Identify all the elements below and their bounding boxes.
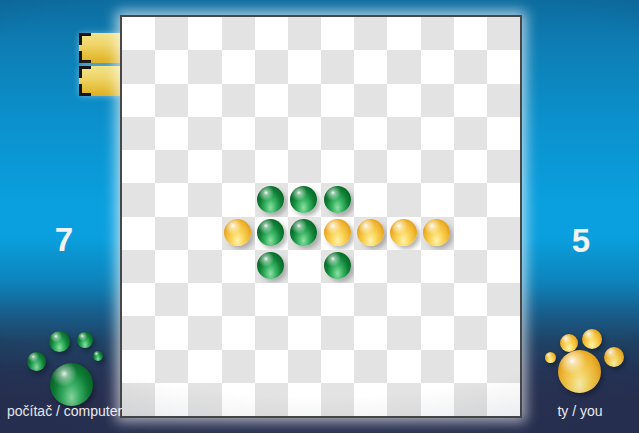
board-cell[interactable]: [288, 150, 321, 183]
board-cell[interactable]: [288, 84, 321, 117]
board-cell[interactable]: [122, 84, 155, 117]
board-cell[interactable]: [288, 117, 321, 150]
board-cell[interactable]: [155, 117, 188, 150]
game-board[interactable]: [120, 15, 522, 418]
board-cell[interactable]: [255, 150, 288, 183]
board-cell[interactable]: [354, 17, 387, 50]
board-cell[interactable]: [321, 250, 354, 283]
board-cell[interactable]: [122, 117, 155, 150]
board-cell[interactable]: [454, 316, 487, 349]
board-cell[interactable]: [255, 17, 288, 50]
board-cell[interactable]: [255, 183, 288, 216]
side-tab-button-1[interactable]: [79, 33, 122, 63]
board-cell[interactable]: [288, 183, 321, 216]
green-ball: [324, 186, 351, 213]
paw-ball: [27, 352, 46, 371]
board-cell[interactable]: [255, 217, 288, 250]
board-cell[interactable]: [487, 17, 520, 50]
yellow-ball: [390, 219, 417, 246]
yellow-ball: [324, 219, 351, 246]
board-cell[interactable]: [321, 350, 354, 383]
computer-label: počítač / computer: [7, 403, 122, 420]
board-cell[interactable]: [288, 316, 321, 349]
board-cell[interactable]: [487, 150, 520, 183]
board-cell[interactable]: [421, 383, 454, 416]
board-cell[interactable]: [122, 350, 155, 383]
board-cell[interactable]: [288, 283, 321, 316]
paw-ball: [77, 332, 93, 348]
board-cell[interactable]: [387, 283, 420, 316]
computer-score: 7: [40, 221, 88, 259]
board-cell[interactable]: [222, 217, 255, 250]
board-cell[interactable]: [454, 383, 487, 416]
board-cell[interactable]: [321, 283, 354, 316]
board-cell[interactable]: [321, 17, 354, 50]
board-cell[interactable]: [155, 84, 188, 117]
board-cell[interactable]: [255, 383, 288, 416]
board-cell[interactable]: [188, 150, 221, 183]
board-cell[interactable]: [222, 150, 255, 183]
board-cell[interactable]: [255, 316, 288, 349]
board-cell[interactable]: [487, 84, 520, 117]
board-cell[interactable]: [288, 350, 321, 383]
board-cell[interactable]: [155, 150, 188, 183]
board-cell[interactable]: [387, 350, 420, 383]
board-cell[interactable]: [122, 17, 155, 50]
board-cell[interactable]: [155, 283, 188, 316]
board-cell[interactable]: [487, 217, 520, 250]
board-cell[interactable]: [122, 283, 155, 316]
board-cell[interactable]: [222, 17, 255, 50]
board-cell[interactable]: [454, 350, 487, 383]
paw-ball: [93, 351, 103, 361]
green-ball: [257, 252, 284, 279]
board-cell[interactable]: [354, 50, 387, 83]
board-cell[interactable]: [421, 217, 454, 250]
board-cell[interactable]: [454, 17, 487, 50]
board-cell[interactable]: [387, 150, 420, 183]
board-cell[interactable]: [288, 50, 321, 83]
board-cell[interactable]: [122, 250, 155, 283]
paw-ball: [50, 363, 93, 406]
board-cell[interactable]: [188, 183, 221, 216]
board-cell[interactable]: [155, 50, 188, 83]
board-cell[interactable]: [387, 183, 420, 216]
board-cell[interactable]: [188, 316, 221, 349]
board-cell[interactable]: [222, 350, 255, 383]
board-cell[interactable]: [122, 316, 155, 349]
board-cell[interactable]: [321, 217, 354, 250]
board-cell[interactable]: [354, 150, 387, 183]
board-cell[interactable]: [454, 84, 487, 117]
paw-ball: [49, 331, 70, 352]
paw-ball: [558, 350, 601, 393]
board-cell[interactable]: [222, 117, 255, 150]
board-cell[interactable]: [421, 316, 454, 349]
board-cell[interactable]: [454, 217, 487, 250]
board-cell[interactable]: [222, 183, 255, 216]
green-ball: [290, 219, 317, 246]
board-cell[interactable]: [454, 283, 487, 316]
board-cell[interactable]: [188, 84, 221, 117]
board-cell[interactable]: [421, 250, 454, 283]
board-cell[interactable]: [288, 250, 321, 283]
board-cell[interactable]: [321, 84, 354, 117]
board-cell[interactable]: [188, 383, 221, 416]
player-score: 5: [557, 222, 605, 260]
board-cell[interactable]: [387, 316, 420, 349]
board-cell[interactable]: [188, 250, 221, 283]
board-cell[interactable]: [421, 50, 454, 83]
board-cell[interactable]: [188, 17, 221, 50]
board-cell[interactable]: [487, 117, 520, 150]
board-cell[interactable]: [122, 150, 155, 183]
board-cell[interactable]: [487, 316, 520, 349]
board-cell[interactable]: [222, 383, 255, 416]
board-cell[interactable]: [155, 383, 188, 416]
board-cell[interactable]: [321, 383, 354, 416]
board-cell[interactable]: [321, 50, 354, 83]
board-cell[interactable]: [421, 150, 454, 183]
board-cell[interactable]: [454, 117, 487, 150]
board-cell[interactable]: [255, 250, 288, 283]
board-cell[interactable]: [288, 17, 321, 50]
board-cell[interactable]: [487, 50, 520, 83]
board-cell[interactable]: [354, 217, 387, 250]
board-cell[interactable]: [354, 84, 387, 117]
green-ball: [324, 252, 351, 279]
board-cell[interactable]: [387, 117, 420, 150]
board-cell[interactable]: [155, 250, 188, 283]
board-cell[interactable]: [487, 383, 520, 416]
board-cell[interactable]: [387, 84, 420, 117]
green-ball: [257, 186, 284, 213]
board-cell[interactable]: [387, 383, 420, 416]
board-cell[interactable]: [188, 350, 221, 383]
board-cell[interactable]: [122, 383, 155, 416]
board-cell[interactable]: [222, 50, 255, 83]
board-cell[interactable]: [321, 316, 354, 349]
board-cell[interactable]: [421, 17, 454, 50]
green-ball: [257, 219, 284, 246]
board-cell[interactable]: [321, 150, 354, 183]
yellow-ball: [423, 219, 450, 246]
board-cell[interactable]: [155, 17, 188, 50]
paw-ball: [604, 347, 624, 367]
board-cell[interactable]: [122, 50, 155, 83]
board-cell[interactable]: [387, 50, 420, 83]
yellow-ball: [224, 219, 251, 246]
board-cell[interactable]: [354, 117, 387, 150]
board-cell[interactable]: [188, 217, 221, 250]
board-cell[interactable]: [487, 183, 520, 216]
board-cell[interactable]: [188, 283, 221, 316]
board-cell[interactable]: [454, 50, 487, 83]
board-cell[interactable]: [487, 350, 520, 383]
board-cell[interactable]: [155, 217, 188, 250]
board-cell[interactable]: [387, 217, 420, 250]
board-cell[interactable]: [288, 383, 321, 416]
board-cell[interactable]: [255, 117, 288, 150]
board-cell[interactable]: [255, 84, 288, 117]
board-cell[interactable]: [222, 316, 255, 349]
board-cell[interactable]: [487, 250, 520, 283]
board-cell[interactable]: [222, 84, 255, 117]
board-cell[interactable]: [387, 17, 420, 50]
board-cell[interactable]: [421, 84, 454, 117]
yellow-ball: [357, 219, 384, 246]
board-cell[interactable]: [222, 283, 255, 316]
side-tab-button-2[interactable]: [79, 66, 122, 96]
board-cell[interactable]: [155, 350, 188, 383]
board-cell[interactable]: [354, 383, 387, 416]
board-cell[interactable]: [354, 350, 387, 383]
board-cell[interactable]: [354, 316, 387, 349]
board-cell[interactable]: [222, 250, 255, 283]
board-cell[interactable]: [321, 183, 354, 216]
paw-ball: [545, 352, 556, 363]
player-label: ty / you: [540, 403, 620, 420]
board-cell[interactable]: [155, 183, 188, 216]
board-cell[interactable]: [354, 183, 387, 216]
board-cell[interactable]: [188, 50, 221, 83]
board-cell[interactable]: [288, 217, 321, 250]
board-cell[interactable]: [454, 183, 487, 216]
board-cell[interactable]: [255, 50, 288, 83]
board-cell[interactable]: [122, 217, 155, 250]
board-cell[interactable]: [354, 283, 387, 316]
board-cell[interactable]: [421, 117, 454, 150]
green-ball: [290, 186, 317, 213]
board-cell[interactable]: [421, 183, 454, 216]
board-cell[interactable]: [255, 283, 288, 316]
board-cell[interactable]: [321, 117, 354, 150]
board-cell[interactable]: [421, 350, 454, 383]
game-screen: 7 5 počítač / computer ty / you: [0, 0, 639, 433]
board-cell[interactable]: [188, 117, 221, 150]
board-cell[interactable]: [255, 350, 288, 383]
board-cell[interactable]: [155, 316, 188, 349]
board-cell[interactable]: [421, 283, 454, 316]
board-cell[interactable]: [454, 150, 487, 183]
board-cell[interactable]: [487, 283, 520, 316]
board-cell[interactable]: [387, 250, 420, 283]
board-cell[interactable]: [122, 183, 155, 216]
paw-ball: [582, 329, 602, 349]
board-cell[interactable]: [354, 250, 387, 283]
board-cell[interactable]: [454, 250, 487, 283]
